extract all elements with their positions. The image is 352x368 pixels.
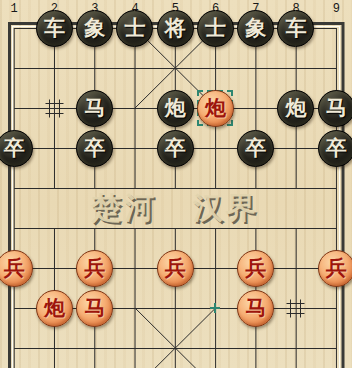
piece-red-soldier[interactable]: 兵 xyxy=(318,250,352,287)
point-marker-hash xyxy=(41,95,68,122)
piece-black-chariot[interactable]: 车 xyxy=(36,10,73,47)
board-point: 车 xyxy=(34,8,74,48)
piece-red-soldier[interactable]: 兵 xyxy=(237,250,274,287)
piece-black-advisor[interactable]: 士 xyxy=(116,10,153,47)
piece-red-soldier[interactable]: 兵 xyxy=(0,250,33,287)
point-marker-hash xyxy=(282,295,309,322)
piece-red-horse[interactable]: 马 xyxy=(76,290,113,327)
board-point: 卒 xyxy=(75,128,115,168)
piece-black-cannon[interactable]: 炮 xyxy=(157,90,194,127)
board-point: 马 xyxy=(236,288,276,328)
piece-black-elephant[interactable]: 象 xyxy=(76,10,113,47)
piece-red-horse[interactable]: 马 xyxy=(237,290,274,327)
board-point: 卒 xyxy=(236,128,276,168)
board-point: 兵 xyxy=(0,248,34,288)
board-point: 兵 xyxy=(316,248,352,288)
point-marker xyxy=(276,288,316,328)
piece-black-horse[interactable]: 马 xyxy=(76,90,113,127)
board-grid: 车象士将士象车马炮炮炮马卒卒卒卒卒兵兵兵兵兵炮马马 xyxy=(0,8,352,368)
board-point: 将 xyxy=(155,8,195,48)
piece-black-chariot[interactable]: 车 xyxy=(277,10,314,47)
move-origin-cross-icon xyxy=(209,302,221,314)
move-origin-cross xyxy=(195,288,235,328)
board-point: 卒 xyxy=(0,128,34,168)
board-point: 卒 xyxy=(316,128,352,168)
board-point: 象 xyxy=(75,8,115,48)
board-point: 车 xyxy=(276,8,316,48)
piece-black-soldier[interactable]: 卒 xyxy=(237,130,274,167)
piece-black-soldier[interactable]: 卒 xyxy=(318,130,352,167)
board-point: 炮 xyxy=(155,88,195,128)
piece-black-elephant[interactable]: 象 xyxy=(237,10,274,47)
board-point: 马 xyxy=(316,88,352,128)
board-point: 炮 xyxy=(34,288,74,328)
piece-red-cannon[interactable]: 炮 xyxy=(36,290,73,327)
point-marker xyxy=(34,88,74,128)
piece-black-horse[interactable]: 马 xyxy=(318,90,352,127)
xiangqi-board: 123456789 楚河 汉界 车象士将士象车马炮炮炮马卒卒卒卒卒兵兵兵兵兵炮马… xyxy=(0,0,352,368)
piece-black-general[interactable]: 将 xyxy=(157,10,194,47)
board-point: 马 xyxy=(75,88,115,128)
board-point: 士 xyxy=(195,8,235,48)
piece-red-soldier[interactable]: 兵 xyxy=(76,250,113,287)
piece-red-soldier[interactable]: 兵 xyxy=(157,250,194,287)
piece-black-soldier[interactable]: 卒 xyxy=(0,130,33,167)
board-point: 卒 xyxy=(155,128,195,168)
piece-black-soldier[interactable]: 卒 xyxy=(76,130,113,167)
board-point: 兵 xyxy=(236,248,276,288)
piece-red-cannon[interactable]: 炮 xyxy=(197,90,234,127)
piece-black-cannon[interactable]: 炮 xyxy=(277,90,314,127)
board-point: 士 xyxy=(115,8,155,48)
board-point: 兵 xyxy=(155,248,195,288)
board-point: 马 xyxy=(75,288,115,328)
piece-black-advisor[interactable]: 士 xyxy=(197,10,234,47)
board-point: 炮 xyxy=(276,88,316,128)
piece-black-soldier[interactable]: 卒 xyxy=(157,130,194,167)
board-point: 象 xyxy=(236,8,276,48)
board-point: 兵 xyxy=(75,248,115,288)
